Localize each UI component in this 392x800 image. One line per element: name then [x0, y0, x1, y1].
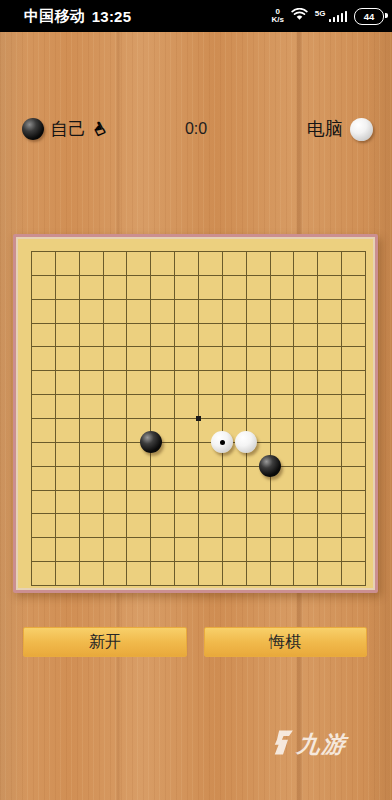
undo-button[interactable]: 悔棋	[204, 627, 368, 657]
white-stone	[235, 431, 257, 453]
9game-watermark: 九游	[272, 729, 347, 760]
carrier-label: 中国移动	[24, 7, 85, 26]
player-computer-label: 电脑	[307, 117, 343, 141]
black-stone	[140, 431, 162, 453]
player-self: 自己 ☝	[22, 112, 104, 146]
9game-logo-icon	[272, 729, 294, 760]
board-grid[interactable]	[31, 251, 366, 586]
star-point	[196, 416, 201, 421]
white-stone-icon	[350, 118, 373, 141]
gomoku-board[interactable]	[13, 234, 378, 593]
network-type-label: 5G	[315, 10, 326, 18]
black-stone	[259, 455, 281, 477]
player-computer: 电脑	[307, 112, 373, 146]
control-bar: 新开 悔棋	[23, 627, 367, 657]
score-display: 0:0	[185, 112, 207, 146]
signal-strength-icon: 5G	[315, 10, 347, 22]
player-bar: 自己 ☝ 0:0 电脑	[0, 112, 392, 146]
9game-watermark-text: 九游	[295, 729, 348, 760]
white-stone	[211, 431, 233, 453]
app-screen: 中国移动 13:25 0 K/s 5G 44	[0, 0, 392, 800]
last-move-marker	[220, 440, 225, 445]
battery-percent: 44	[364, 11, 375, 22]
battery-icon: 44	[354, 8, 384, 25]
signal-bars-icon	[329, 11, 348, 22]
clock: 13:25	[92, 8, 131, 25]
new-game-button[interactable]: 新开	[23, 627, 187, 657]
network-speed-unit: K/s	[271, 16, 283, 24]
status-bar-left: 中国移动 13:25	[24, 7, 131, 26]
network-speed-indicator: 0 K/s	[271, 8, 283, 24]
status-bar: 中国移动 13:25 0 K/s 5G 44	[0, 0, 392, 32]
wifi-icon	[291, 7, 308, 25]
turn-indicator-hand-icon: ☝	[91, 119, 108, 139]
status-bar-right: 0 K/s 5G 44	[271, 7, 384, 25]
black-stone-icon	[22, 118, 44, 140]
player-self-label: 自己	[50, 117, 86, 141]
